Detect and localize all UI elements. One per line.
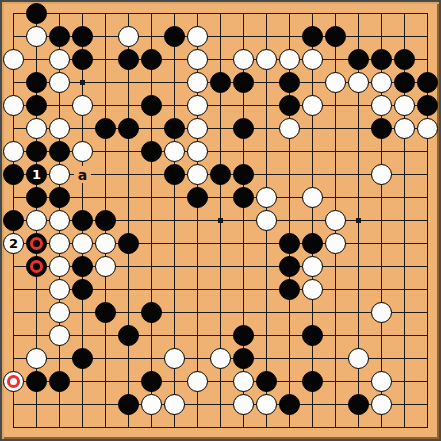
board-point-13-7[interactable] [301,163,324,186]
board-point-17-5[interactable] [393,117,416,140]
board-point-8-15[interactable] [186,347,209,370]
board-point-1-0[interactable] [25,2,48,25]
board-point-10-13[interactable] [232,301,255,324]
board-point-16-6[interactable] [370,140,393,163]
board-point-0-4[interactable] [2,94,25,117]
board-point-5-16[interactable] [117,370,140,393]
board-point-12-6[interactable] [278,140,301,163]
board-point-11-1[interactable] [255,25,278,48]
board-point-17-11[interactable] [393,255,416,278]
board-point-10-15[interactable] [232,347,255,370]
board-point-14-16[interactable] [324,370,347,393]
board-point-7-5[interactable] [163,117,186,140]
board-point-5-18[interactable] [117,416,140,439]
board-point-11-2[interactable] [255,48,278,71]
board-point-15-15[interactable] [347,347,370,370]
board-point-10-11[interactable] [232,255,255,278]
board-point-1-4[interactable] [25,94,48,117]
board-point-2-10[interactable] [48,232,71,255]
board-point-18-9[interactable] [416,209,439,232]
board-point-14-4[interactable] [324,94,347,117]
board-point-15-18[interactable] [347,416,370,439]
board-point-16-17[interactable] [370,393,393,416]
board-point-10-10[interactable] [232,232,255,255]
board-point-3-4[interactable] [71,94,94,117]
board-point-5-7[interactable] [117,163,140,186]
board-point-8-9[interactable] [186,209,209,232]
board-point-4-18[interactable] [94,416,117,439]
board-point-14-0[interactable] [324,2,347,25]
board-point-0-5[interactable] [2,117,25,140]
board-point-9-18[interactable] [209,416,232,439]
board-point-3-10[interactable] [71,232,94,255]
board-point-16-8[interactable] [370,186,393,209]
board-point-0-13[interactable] [2,301,25,324]
board-point-2-7[interactable] [48,163,71,186]
board-point-13-3[interactable] [301,71,324,94]
board-point-1-12[interactable] [25,278,48,301]
board-point-2-12[interactable] [48,278,71,301]
board-point-4-6[interactable] [94,140,117,163]
board-point-13-13[interactable] [301,301,324,324]
board-point-14-14[interactable] [324,324,347,347]
board-point-10-7[interactable] [232,163,255,186]
board-point-7-4[interactable] [163,94,186,117]
board-point-11-17[interactable] [255,393,278,416]
board-point-5-15[interactable] [117,347,140,370]
board-point-1-5[interactable] [25,117,48,140]
board-point-2-1[interactable] [48,25,71,48]
board-point-0-17[interactable] [2,393,25,416]
board-point-5-8[interactable] [117,186,140,209]
board-point-13-17[interactable] [301,393,324,416]
board-point-8-18[interactable] [186,416,209,439]
board-point-13-1[interactable] [301,25,324,48]
board-point-18-10[interactable] [416,232,439,255]
board-point-10-2[interactable] [232,48,255,71]
board-point-13-9[interactable] [301,209,324,232]
board-point-17-4[interactable] [393,94,416,117]
board-point-18-11[interactable] [416,255,439,278]
board-point-1-17[interactable] [25,393,48,416]
board-point-4-0[interactable] [94,2,117,25]
board-point-4-13[interactable] [94,301,117,324]
board-point-17-17[interactable] [393,393,416,416]
board-point-9-5[interactable] [209,117,232,140]
board-point-12-12[interactable] [278,278,301,301]
board-point-12-5[interactable] [278,117,301,140]
board-point-0-2[interactable] [2,48,25,71]
board-point-3-1[interactable] [71,25,94,48]
board-point-6-8[interactable] [140,186,163,209]
board-point-17-7[interactable] [393,163,416,186]
board-point-11-9[interactable] [255,209,278,232]
board-point-9-7[interactable] [209,163,232,186]
board-point-17-16[interactable] [393,370,416,393]
board-point-7-13[interactable] [163,301,186,324]
board-point-13-14[interactable] [301,324,324,347]
board-point-16-11[interactable] [370,255,393,278]
board-point-16-10[interactable] [370,232,393,255]
board-point-17-14[interactable] [393,324,416,347]
board-point-9-10[interactable] [209,232,232,255]
board-point-13-10[interactable] [301,232,324,255]
board-point-8-5[interactable] [186,117,209,140]
board-point-4-5[interactable] [94,117,117,140]
board-point-12-16[interactable] [278,370,301,393]
board-point-14-11[interactable] [324,255,347,278]
board-point-5-0[interactable] [117,2,140,25]
board-point-12-15[interactable] [278,347,301,370]
board-point-10-18[interactable] [232,416,255,439]
board-point-6-9[interactable] [140,209,163,232]
board-point-16-12[interactable] [370,278,393,301]
board-point-6-1[interactable] [140,25,163,48]
board-point-12-11[interactable] [278,255,301,278]
board-point-9-17[interactable] [209,393,232,416]
board-point-4-1[interactable] [94,25,117,48]
board-point-16-2[interactable] [370,48,393,71]
board-point-16-1[interactable] [370,25,393,48]
board-point-18-16[interactable] [416,370,439,393]
board-point-10-1[interactable] [232,25,255,48]
board-point-3-16[interactable] [71,370,94,393]
board-point-7-12[interactable] [163,278,186,301]
board-point-16-5[interactable] [370,117,393,140]
board-point-8-7[interactable] [186,163,209,186]
board-point-7-6[interactable] [163,140,186,163]
board-point-17-12[interactable] [393,278,416,301]
board-point-2-4[interactable] [48,94,71,117]
board-point-7-1[interactable] [163,25,186,48]
board-point-12-4[interactable] [278,94,301,117]
board-point-3-6[interactable] [71,140,94,163]
board-point-13-6[interactable] [301,140,324,163]
board-point-1-13[interactable] [25,301,48,324]
board-point-3-7[interactable]: a [71,163,94,186]
board-point-4-4[interactable] [94,94,117,117]
board-point-15-7[interactable] [347,163,370,186]
board-point-0-6[interactable] [2,140,25,163]
board-point-18-5[interactable] [416,117,439,140]
board-point-18-13[interactable] [416,301,439,324]
board-point-15-11[interactable] [347,255,370,278]
board-point-15-13[interactable] [347,301,370,324]
board-point-7-2[interactable] [163,48,186,71]
board-point-7-14[interactable] [163,324,186,347]
board-point-0-9[interactable] [2,209,25,232]
board-point-16-15[interactable] [370,347,393,370]
board-point-13-5[interactable] [301,117,324,140]
board-point-6-12[interactable] [140,278,163,301]
board-point-7-9[interactable] [163,209,186,232]
board-point-7-11[interactable] [163,255,186,278]
board-point-13-11[interactable] [301,255,324,278]
board-point-4-16[interactable] [94,370,117,393]
board-point-7-10[interactable] [163,232,186,255]
board-point-3-12[interactable] [71,278,94,301]
board-point-17-8[interactable] [393,186,416,209]
board-point-11-12[interactable] [255,278,278,301]
board-point-5-13[interactable] [117,301,140,324]
board-point-15-1[interactable] [347,25,370,48]
board-point-11-15[interactable] [255,347,278,370]
board-point-5-6[interactable] [117,140,140,163]
board-point-17-18[interactable] [393,416,416,439]
board-point-16-9[interactable] [370,209,393,232]
board-point-0-8[interactable] [2,186,25,209]
board-point-4-9[interactable] [94,209,117,232]
board-point-5-4[interactable] [117,94,140,117]
board-point-2-8[interactable] [48,186,71,209]
board-point-9-14[interactable] [209,324,232,347]
board-point-8-8[interactable] [186,186,209,209]
board-point-5-10[interactable] [117,232,140,255]
board-point-8-16[interactable] [186,370,209,393]
board-point-18-4[interactable] [416,94,439,117]
board-point-12-1[interactable] [278,25,301,48]
board-point-11-16[interactable] [255,370,278,393]
board-point-15-17[interactable] [347,393,370,416]
board-point-14-1[interactable] [324,25,347,48]
board-point-6-5[interactable] [140,117,163,140]
board-point-4-2[interactable] [94,48,117,71]
board-point-8-2[interactable] [186,48,209,71]
board-point-4-8[interactable] [94,186,117,209]
board-point-16-18[interactable] [370,416,393,439]
board-point-8-11[interactable] [186,255,209,278]
board-point-5-3[interactable] [117,71,140,94]
board-point-8-17[interactable] [186,393,209,416]
board-point-5-5[interactable] [117,117,140,140]
board-point-15-10[interactable] [347,232,370,255]
board-point-14-8[interactable] [324,186,347,209]
board-point-18-17[interactable] [416,393,439,416]
board-point-16-7[interactable] [370,163,393,186]
board-point-5-9[interactable] [117,209,140,232]
board-point-6-7[interactable] [140,163,163,186]
board-point-15-12[interactable] [347,278,370,301]
board-point-11-0[interactable] [255,2,278,25]
board-point-8-4[interactable] [186,94,209,117]
board-point-13-0[interactable] [301,2,324,25]
board-point-7-15[interactable] [163,347,186,370]
board-point-2-0[interactable] [48,2,71,25]
board-point-0-1[interactable] [2,25,25,48]
board-point-3-15[interactable] [71,347,94,370]
board-point-2-11[interactable] [48,255,71,278]
board-point-2-14[interactable] [48,324,71,347]
board-point-10-16[interactable] [232,370,255,393]
board-point-9-4[interactable] [209,94,232,117]
board-point-1-18[interactable] [25,416,48,439]
board-point-1-7[interactable]: 1 [25,163,48,186]
board-point-11-3[interactable] [255,71,278,94]
board-point-8-12[interactable] [186,278,209,301]
board-point-6-4[interactable] [140,94,163,117]
board-point-8-10[interactable] [186,232,209,255]
board-point-15-2[interactable] [347,48,370,71]
board-point-4-14[interactable] [94,324,117,347]
board-point-13-8[interactable] [301,186,324,209]
board-point-3-17[interactable] [71,393,94,416]
board-point-14-5[interactable] [324,117,347,140]
board-point-11-6[interactable] [255,140,278,163]
board-point-11-13[interactable] [255,301,278,324]
board-point-13-2[interactable] [301,48,324,71]
board-point-14-7[interactable] [324,163,347,186]
board-point-7-7[interactable] [163,163,186,186]
board-point-0-18[interactable] [2,416,25,439]
board-point-3-5[interactable] [71,117,94,140]
board-point-14-10[interactable] [324,232,347,255]
board-point-11-8[interactable] [255,186,278,209]
board-point-0-15[interactable] [2,347,25,370]
board-point-12-17[interactable] [278,393,301,416]
board-point-4-11[interactable] [94,255,117,278]
board-point-12-13[interactable] [278,301,301,324]
board-point-15-9[interactable] [347,209,370,232]
board-point-13-4[interactable] [301,94,324,117]
board-point-3-2[interactable] [71,48,94,71]
board-point-11-18[interactable] [255,416,278,439]
board-point-6-0[interactable] [140,2,163,25]
board-point-6-2[interactable] [140,48,163,71]
board-point-18-6[interactable] [416,140,439,163]
board-point-1-2[interactable] [25,48,48,71]
board-point-18-0[interactable] [416,2,439,25]
board-point-15-0[interactable] [347,2,370,25]
board-point-15-14[interactable] [347,324,370,347]
board-point-1-14[interactable] [25,324,48,347]
board-point-6-18[interactable] [140,416,163,439]
board-point-7-8[interactable] [163,186,186,209]
board-point-4-17[interactable] [94,393,117,416]
board-point-5-2[interactable] [117,48,140,71]
board-point-8-3[interactable] [186,71,209,94]
board-point-0-7[interactable] [2,163,25,186]
board-point-13-18[interactable] [301,416,324,439]
board-point-12-0[interactable] [278,2,301,25]
board-point-5-11[interactable] [117,255,140,278]
board-point-14-12[interactable] [324,278,347,301]
board-point-12-18[interactable] [278,416,301,439]
board-point-1-10[interactable] [25,232,48,255]
board-point-7-16[interactable] [163,370,186,393]
board-point-2-18[interactable] [48,416,71,439]
board-point-9-13[interactable] [209,301,232,324]
board-point-8-1[interactable] [186,25,209,48]
board-point-4-12[interactable] [94,278,117,301]
board-point-15-6[interactable] [347,140,370,163]
board-point-2-16[interactable] [48,370,71,393]
board-point-9-6[interactable] [209,140,232,163]
board-point-7-0[interactable] [163,2,186,25]
board-point-14-13[interactable] [324,301,347,324]
board-point-3-9[interactable] [71,209,94,232]
board-point-18-7[interactable] [416,163,439,186]
board-point-15-3[interactable] [347,71,370,94]
board-point-5-12[interactable] [117,278,140,301]
board-point-10-6[interactable] [232,140,255,163]
board-point-10-4[interactable] [232,94,255,117]
board-point-0-16[interactable] [2,370,25,393]
board-point-10-3[interactable] [232,71,255,94]
board-point-2-15[interactable] [48,347,71,370]
board-point-9-16[interactable] [209,370,232,393]
board-point-14-9[interactable] [324,209,347,232]
board-point-2-13[interactable] [48,301,71,324]
board-point-10-9[interactable] [232,209,255,232]
board-point-12-9[interactable] [278,209,301,232]
board-point-11-10[interactable] [255,232,278,255]
board-point-2-9[interactable] [48,209,71,232]
board-point-2-6[interactable] [48,140,71,163]
board-point-18-2[interactable] [416,48,439,71]
board-point-1-6[interactable] [25,140,48,163]
board-point-9-1[interactable] [209,25,232,48]
board-point-3-18[interactable] [71,416,94,439]
board-point-16-0[interactable] [370,2,393,25]
board-point-6-3[interactable] [140,71,163,94]
board-point-18-15[interactable] [416,347,439,370]
board-point-12-2[interactable] [278,48,301,71]
board-point-9-11[interactable] [209,255,232,278]
board-point-0-3[interactable] [2,71,25,94]
board-point-9-12[interactable] [209,278,232,301]
board-point-5-14[interactable] [117,324,140,347]
board-point-3-13[interactable] [71,301,94,324]
board-point-0-0[interactable] [2,2,25,25]
board-point-0-14[interactable] [2,324,25,347]
board-point-18-8[interactable] [416,186,439,209]
board-point-3-14[interactable] [71,324,94,347]
board-point-9-15[interactable] [209,347,232,370]
board-point-6-6[interactable] [140,140,163,163]
board-point-8-6[interactable] [186,140,209,163]
board-point-2-17[interactable] [48,393,71,416]
board-point-10-17[interactable] [232,393,255,416]
board-point-7-18[interactable] [163,416,186,439]
board-point-7-3[interactable] [163,71,186,94]
board-point-9-2[interactable] [209,48,232,71]
board-point-11-11[interactable] [255,255,278,278]
board-point-3-0[interactable] [71,2,94,25]
board-point-10-14[interactable] [232,324,255,347]
board-point-8-14[interactable] [186,324,209,347]
board-point-17-13[interactable] [393,301,416,324]
board-point-1-9[interactable] [25,209,48,232]
board-point-15-16[interactable] [347,370,370,393]
board-point-3-3[interactable] [71,71,94,94]
board-point-3-8[interactable] [71,186,94,209]
board-point-1-1[interactable] [25,25,48,48]
board-point-18-18[interactable] [416,416,439,439]
board-point-11-4[interactable] [255,94,278,117]
board-point-6-10[interactable] [140,232,163,255]
board-point-6-11[interactable] [140,255,163,278]
board-point-1-8[interactable] [25,186,48,209]
board-point-12-14[interactable] [278,324,301,347]
board-point-1-15[interactable] [25,347,48,370]
board-point-6-17[interactable] [140,393,163,416]
board-point-12-7[interactable] [278,163,301,186]
board-point-5-1[interactable] [117,25,140,48]
board-point-1-11[interactable] [25,255,48,278]
board-point-16-14[interactable] [370,324,393,347]
board-point-6-13[interactable] [140,301,163,324]
board-point-0-10[interactable]: 2 [2,232,25,255]
